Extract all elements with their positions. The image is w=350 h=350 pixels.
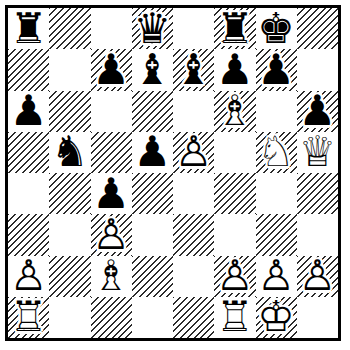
black-knight-glyph: ♞ bbox=[49, 132, 90, 173]
square-e3[interactable] bbox=[173, 214, 214, 255]
square-g6[interactable] bbox=[256, 91, 297, 132]
black-bishop[interactable]: ♝ bbox=[173, 49, 214, 90]
square-d3[interactable] bbox=[132, 214, 173, 255]
white-pawn[interactable]: ♟♙ bbox=[214, 256, 255, 297]
square-h1[interactable] bbox=[297, 297, 338, 338]
square-g5[interactable]: ♞♘ bbox=[256, 132, 297, 173]
white-knight[interactable]: ♞♘ bbox=[256, 132, 297, 173]
square-a4[interactable] bbox=[8, 173, 49, 214]
square-a8[interactable]: ♜ bbox=[8, 8, 49, 49]
white-queen-outline: ♕ bbox=[297, 132, 338, 173]
black-pawn-glyph: ♟ bbox=[214, 49, 255, 90]
square-e8[interactable] bbox=[173, 8, 214, 49]
white-pawn-outline: ♙ bbox=[214, 256, 255, 297]
black-queen-glyph: ♛ bbox=[132, 8, 173, 49]
black-pawn[interactable]: ♟ bbox=[91, 173, 132, 214]
black-knight[interactable]: ♞ bbox=[49, 132, 90, 173]
white-bishop-outline: ♗ bbox=[214, 91, 255, 132]
black-bishop-glyph: ♝ bbox=[173, 49, 214, 90]
square-a2[interactable]: ♟♙ bbox=[8, 256, 49, 297]
square-g2[interactable]: ♟♙ bbox=[256, 256, 297, 297]
black-bishop[interactable]: ♝ bbox=[132, 49, 173, 90]
square-f6[interactable]: ♝♗ bbox=[214, 91, 255, 132]
square-d7[interactable]: ♝ bbox=[132, 49, 173, 90]
square-f7[interactable]: ♟ bbox=[214, 49, 255, 90]
square-g7[interactable]: ♟ bbox=[256, 49, 297, 90]
square-b5[interactable]: ♞ bbox=[49, 132, 90, 173]
square-c3[interactable]: ♟♙ bbox=[91, 214, 132, 255]
black-rook-glyph: ♜ bbox=[214, 8, 255, 49]
square-c1[interactable] bbox=[91, 297, 132, 338]
square-f8[interactable]: ♜ bbox=[214, 8, 255, 49]
square-e5[interactable]: ♟♙ bbox=[173, 132, 214, 173]
white-bishop-outline: ♗ bbox=[91, 256, 132, 297]
square-a3[interactable] bbox=[8, 214, 49, 255]
square-b2[interactable] bbox=[49, 256, 90, 297]
square-b1[interactable] bbox=[49, 297, 90, 338]
square-e1[interactable] bbox=[173, 297, 214, 338]
square-d1[interactable] bbox=[132, 297, 173, 338]
white-king[interactable]: ♚♔ bbox=[256, 297, 297, 338]
white-rook[interactable]: ♜♖ bbox=[8, 297, 49, 338]
chess-board-frame: ♜♛♜♚♟♝♝♟♟♟♝♗♟♞♟♟♙♞♘♛♕♟♟♙♟♙♝♗♟♙♟♙♟♙♜♖♜♖♚♔ bbox=[5, 5, 341, 341]
white-pawn-outline: ♙ bbox=[256, 256, 297, 297]
white-rook-outline: ♖ bbox=[8, 297, 49, 338]
white-rook-outline: ♖ bbox=[214, 297, 255, 338]
square-d6[interactable] bbox=[132, 91, 173, 132]
black-queen[interactable]: ♛ bbox=[132, 8, 173, 49]
square-e4[interactable] bbox=[173, 173, 214, 214]
square-f1[interactable]: ♜♖ bbox=[214, 297, 255, 338]
square-g8[interactable]: ♚ bbox=[256, 8, 297, 49]
black-pawn[interactable]: ♟ bbox=[297, 91, 338, 132]
square-h4[interactable] bbox=[297, 173, 338, 214]
chess-board: ♜♛♜♚♟♝♝♟♟♟♝♗♟♞♟♟♙♞♘♛♕♟♟♙♟♙♝♗♟♙♟♙♟♙♜♖♜♖♚♔ bbox=[8, 8, 338, 338]
black-king-glyph: ♚ bbox=[256, 8, 297, 49]
square-d2[interactable] bbox=[132, 256, 173, 297]
white-bishop[interactable]: ♝♗ bbox=[91, 256, 132, 297]
white-pawn-outline: ♙ bbox=[8, 256, 49, 297]
square-d8[interactable]: ♛ bbox=[132, 8, 173, 49]
square-e7[interactable]: ♝ bbox=[173, 49, 214, 90]
black-pawn-glyph: ♟ bbox=[132, 132, 173, 173]
square-d5[interactable]: ♟ bbox=[132, 132, 173, 173]
square-h2[interactable]: ♟♙ bbox=[297, 256, 338, 297]
black-pawn-glyph: ♟ bbox=[8, 91, 49, 132]
black-rook-glyph: ♜ bbox=[8, 8, 49, 49]
black-pawn-glyph: ♟ bbox=[91, 173, 132, 214]
white-pawn[interactable]: ♟♙ bbox=[173, 132, 214, 173]
black-pawn[interactable]: ♟ bbox=[91, 49, 132, 90]
white-knight-outline: ♘ bbox=[256, 132, 297, 173]
black-pawn[interactable]: ♟ bbox=[214, 49, 255, 90]
black-pawn[interactable]: ♟ bbox=[8, 91, 49, 132]
black-king[interactable]: ♚ bbox=[256, 8, 297, 49]
square-c6[interactable] bbox=[91, 91, 132, 132]
square-d4[interactable] bbox=[132, 173, 173, 214]
square-b4[interactable] bbox=[49, 173, 90, 214]
square-a1[interactable]: ♜♖ bbox=[8, 297, 49, 338]
square-c4[interactable]: ♟ bbox=[91, 173, 132, 214]
white-bishop[interactable]: ♝♗ bbox=[214, 91, 255, 132]
square-c5[interactable] bbox=[91, 132, 132, 173]
square-a6[interactable]: ♟ bbox=[8, 91, 49, 132]
square-a7[interactable] bbox=[8, 49, 49, 90]
white-pawn[interactable]: ♟♙ bbox=[256, 256, 297, 297]
square-g4[interactable] bbox=[256, 173, 297, 214]
square-h7[interactable] bbox=[297, 49, 338, 90]
white-king-outline: ♔ bbox=[256, 297, 297, 338]
square-e2[interactable] bbox=[173, 256, 214, 297]
black-pawn-glyph: ♟ bbox=[297, 91, 338, 132]
square-f3[interactable] bbox=[214, 214, 255, 255]
square-h6[interactable]: ♟ bbox=[297, 91, 338, 132]
square-g3[interactable] bbox=[256, 214, 297, 255]
square-b8[interactable] bbox=[49, 8, 90, 49]
black-rook[interactable]: ♜ bbox=[8, 8, 49, 49]
black-bishop-glyph: ♝ bbox=[132, 49, 173, 90]
square-h8[interactable] bbox=[297, 8, 338, 49]
black-rook[interactable]: ♜ bbox=[214, 8, 255, 49]
square-a5[interactable] bbox=[8, 132, 49, 173]
square-f5[interactable] bbox=[214, 132, 255, 173]
white-pawn[interactable]: ♟♙ bbox=[91, 214, 132, 255]
square-g1[interactable]: ♚♔ bbox=[256, 297, 297, 338]
square-c2[interactable]: ♝♗ bbox=[91, 256, 132, 297]
black-pawn[interactable]: ♟ bbox=[132, 132, 173, 173]
square-f2[interactable]: ♟♙ bbox=[214, 256, 255, 297]
black-pawn[interactable]: ♟ bbox=[256, 49, 297, 90]
white-pawn-outline: ♙ bbox=[91, 214, 132, 255]
white-rook[interactable]: ♜♖ bbox=[214, 297, 255, 338]
black-pawn-glyph: ♟ bbox=[91, 49, 132, 90]
square-b7[interactable] bbox=[49, 49, 90, 90]
square-c8[interactable] bbox=[91, 8, 132, 49]
white-pawn-outline: ♙ bbox=[297, 256, 338, 297]
square-b6[interactable] bbox=[49, 91, 90, 132]
white-queen[interactable]: ♛♕ bbox=[297, 132, 338, 173]
square-h5[interactable]: ♛♕ bbox=[297, 132, 338, 173]
square-e6[interactable] bbox=[173, 91, 214, 132]
white-pawn[interactable]: ♟♙ bbox=[8, 256, 49, 297]
square-b3[interactable] bbox=[49, 214, 90, 255]
black-pawn-glyph: ♟ bbox=[256, 49, 297, 90]
white-pawn-outline: ♙ bbox=[173, 132, 214, 173]
square-c7[interactable]: ♟ bbox=[91, 49, 132, 90]
white-pawn[interactable]: ♟♙ bbox=[297, 256, 338, 297]
square-f4[interactable] bbox=[214, 173, 255, 214]
square-h3[interactable] bbox=[297, 214, 338, 255]
